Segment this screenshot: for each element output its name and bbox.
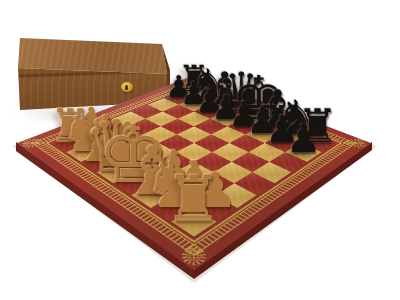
brass-escutcheon bbox=[121, 82, 133, 92]
chess-set-photo: ♜♞♝♛♚♝♞♜♟♟♟♟♟♟♟♟♟♟♟♟♟♟♟♟♜♞♝♛♚♝♞♜ bbox=[0, 0, 400, 300]
keyhole-icon bbox=[125, 85, 128, 90]
